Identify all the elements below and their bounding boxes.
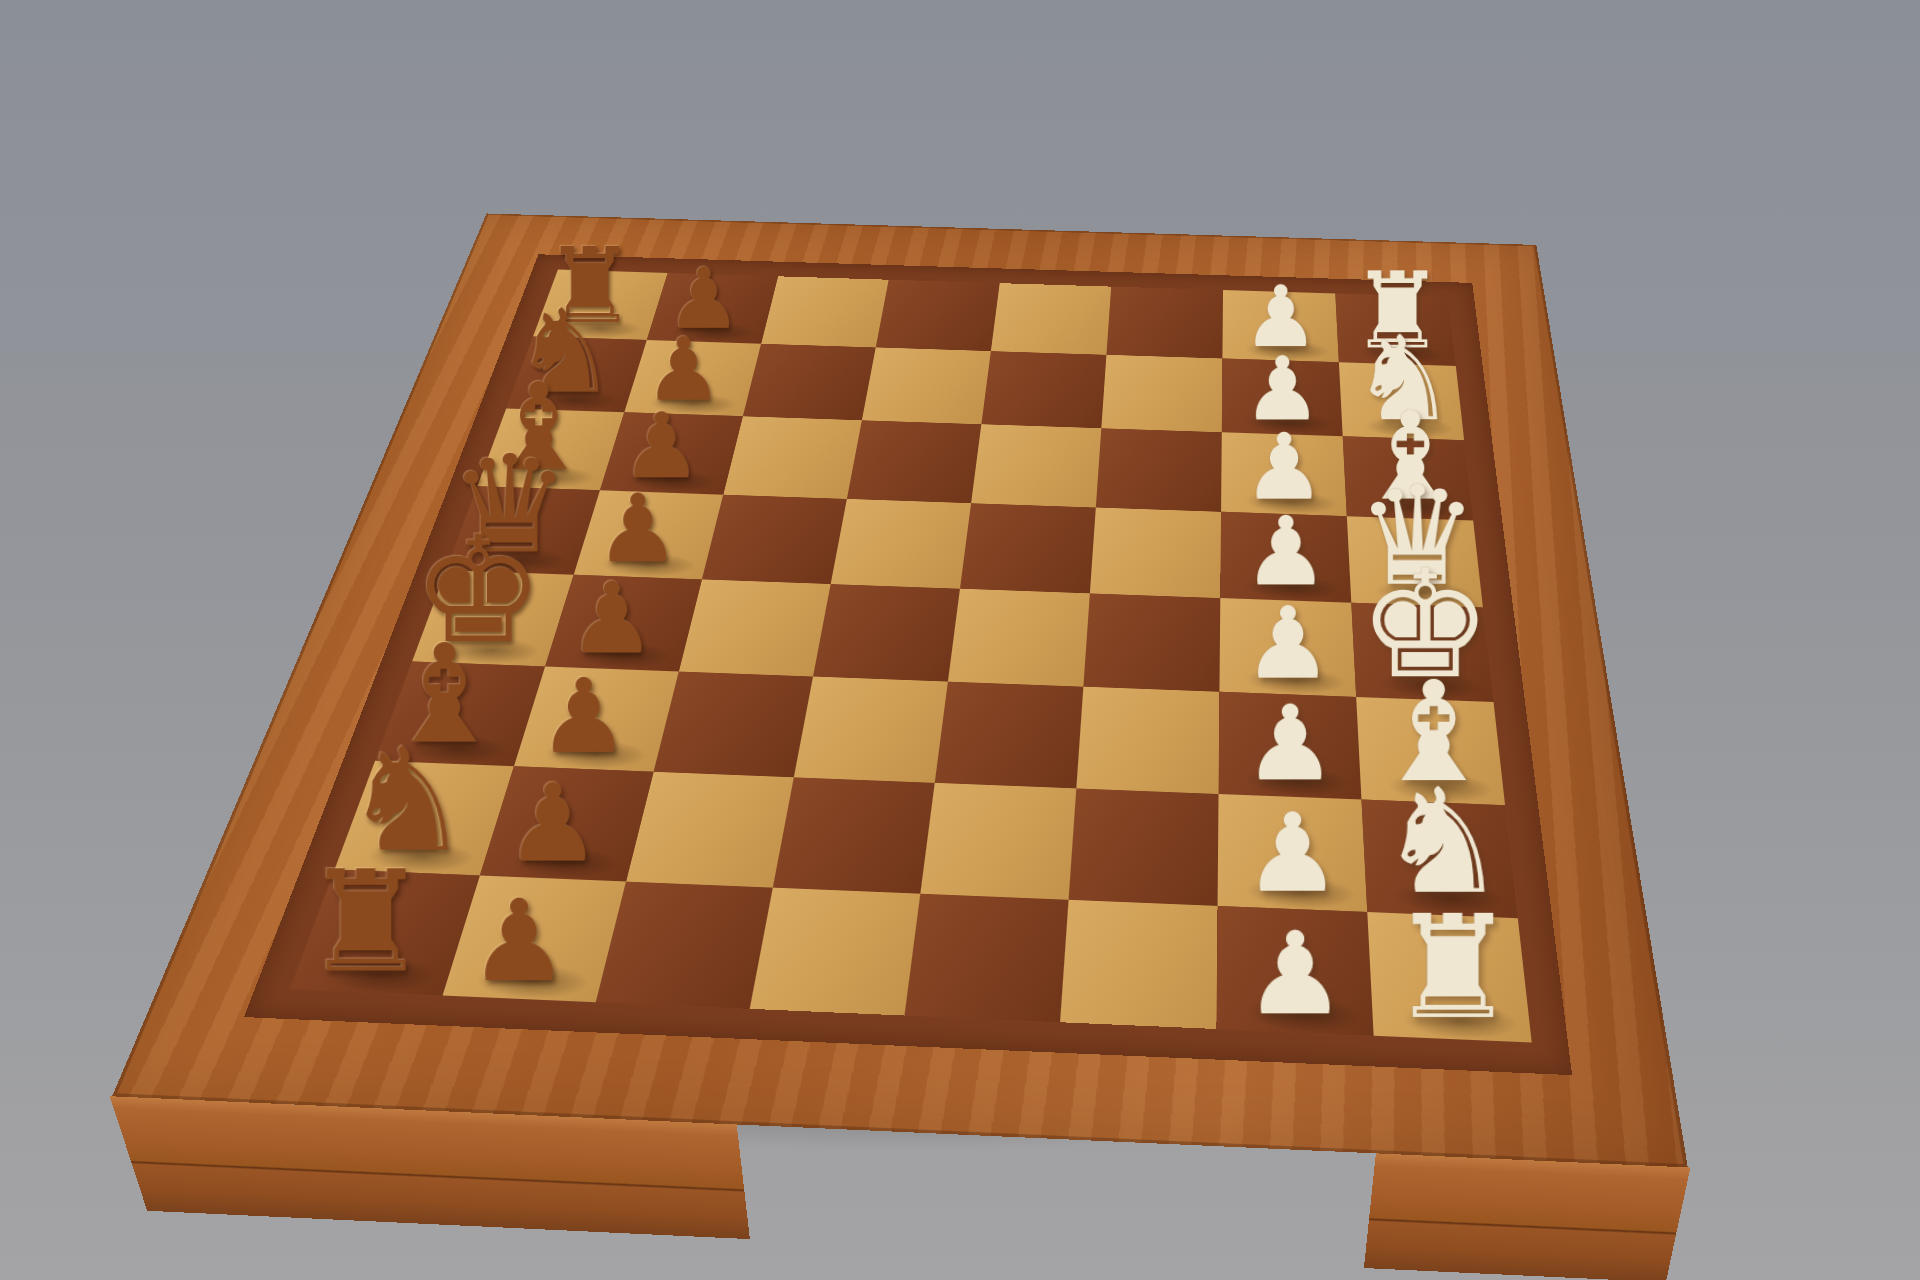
- board-lid-top: ♜♟♟♜♞♟♟♞♝♟♟♝♛♟♟♛♚♟♟♚♝♟♟♝♞♟♟♞♜♟♟♜: [112, 213, 1688, 1167]
- square-h6: [596, 882, 773, 1009]
- square-g2: ♟: [1218, 794, 1368, 912]
- piece-shadow: [668, 321, 757, 343]
- square-a2: ♟: [1222, 290, 1338, 362]
- square-e6: [679, 579, 831, 676]
- piece-shadow: [1364, 415, 1455, 439]
- square-b4: [981, 351, 1106, 428]
- square-d5: [831, 499, 971, 589]
- square-f5: [794, 677, 948, 783]
- piece-wR-a1: ♜: [1350, 258, 1445, 364]
- square-f2: ♟: [1219, 692, 1362, 800]
- piece-bP-b7: ♟: [644, 326, 722, 413]
- square-c5: [847, 420, 981, 503]
- square-g7: ♟: [480, 766, 654, 881]
- square-c3: [1096, 428, 1222, 512]
- square-a5: [876, 280, 1000, 351]
- chess-board-box: ♜♟♟♜♞♟♟♞♝♟♟♝♛♟♟♛♚♟♟♚♝♟♟♝♞♟♟♞♜♟♟♜: [112, 213, 1688, 1167]
- square-h3: [1060, 900, 1217, 1029]
- square-b5: [862, 347, 991, 424]
- piece-wR-h1: ♜: [1389, 896, 1517, 1039]
- piece-shadow: [647, 392, 740, 415]
- square-d4: [960, 503, 1096, 593]
- piece-bP-g7: ♟: [505, 770, 602, 878]
- piece-shadow: [500, 464, 598, 489]
- square-d3: [1090, 508, 1221, 599]
- piece-bN-b8: ♞: [513, 294, 617, 410]
- square-h2: ♟: [1216, 906, 1373, 1036]
- square-h5: [750, 888, 921, 1016]
- piece-shadow: [1244, 339, 1330, 361]
- square-a8: ♜: [533, 270, 668, 341]
- square-a3: [1106, 287, 1223, 359]
- square-e4: [948, 589, 1090, 687]
- piece-shadow: [1360, 343, 1448, 365]
- square-f6: [654, 671, 813, 777]
- square-c4: [971, 424, 1101, 507]
- square-g4: [920, 783, 1076, 900]
- square-d6: [702, 495, 847, 584]
- piece-wP-e2: ♟: [1243, 594, 1332, 694]
- piece-bP-a7: ♟: [666, 257, 741, 341]
- square-c8: ♝: [477, 408, 624, 490]
- piece-wN-b1: ♞: [1351, 321, 1456, 438]
- square-b6: [743, 344, 876, 421]
- scene: ♜♟♟♜♞♟♟♞♝♟♟♝♛♟♟♛♚♟♟♚♝♟♟♝♞♟♟♞♜♟♟♜: [0, 0, 1920, 1280]
- piece-shadow: [623, 468, 720, 493]
- piece-shadow: [529, 388, 623, 411]
- square-f4: [935, 682, 1084, 789]
- square-e3: [1083, 593, 1220, 691]
- piece-bR-h8: ♜: [303, 852, 429, 992]
- piece-bB-c8: ♝: [485, 368, 593, 488]
- square-c7: ♟: [600, 412, 743, 494]
- square-h4: [904, 894, 1068, 1023]
- square-c6: [723, 416, 862, 499]
- piece-bP-f7: ♟: [538, 665, 630, 768]
- square-g6: [626, 772, 794, 888]
- square-b1: ♞: [1339, 362, 1464, 440]
- piece-wP-g2: ♟: [1244, 799, 1342, 908]
- piece-wP-f2: ♟: [1243, 692, 1336, 796]
- square-f3: [1076, 687, 1219, 794]
- square-e5: [813, 584, 960, 682]
- piece-wP-a2: ♟: [1243, 275, 1319, 360]
- piece-wP-h2: ♟: [1244, 917, 1347, 1032]
- square-a6: [761, 276, 889, 347]
- piece-bR-a8: ♜: [543, 233, 637, 337]
- piece-bP-h7: ♟: [468, 885, 569, 998]
- piece-bP-c7: ♟: [621, 401, 702, 492]
- board-grid: ♜♟♟♜♞♟♟♞♝♟♟♝♛♟♟♛♚♟♟♚♝♟♟♝♞♟♟♞♜♟♟♜: [290, 270, 1532, 1043]
- square-b2: ♟: [1222, 359, 1343, 437]
- piece-bP-e7: ♟: [568, 569, 656, 668]
- piece-wP-b2: ♟: [1243, 345, 1322, 433]
- piece-shadow: [1245, 411, 1334, 435]
- square-b7: ♟: [624, 340, 761, 416]
- square-g3: [1069, 788, 1219, 906]
- square-h1: ♜: [1367, 912, 1531, 1043]
- square-b8: ♞: [506, 336, 647, 412]
- square-f7: ♟: [514, 666, 679, 771]
- square-b3: [1101, 355, 1222, 432]
- board-frame-inlay: ♜♟♟♜♞♟♟♞♝♟♟♝♛♟♟♛♚♟♟♚♝♟♟♝♞♟♟♞♜♟♟♜: [244, 254, 1572, 1075]
- square-a1: ♜: [1335, 294, 1455, 366]
- square-g5: [773, 777, 935, 893]
- square-h7: ♟: [443, 876, 626, 1003]
- square-a4: [991, 283, 1111, 355]
- square-a7: ♟: [647, 273, 778, 344]
- piece-shadow: [555, 318, 645, 340]
